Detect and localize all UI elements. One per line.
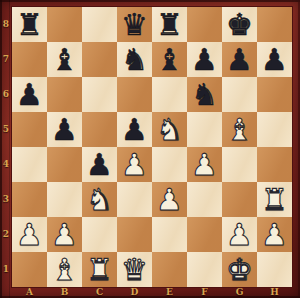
piece-black-rook-e8: ♜ [156,7,183,42]
file-label-e: E [152,287,187,298]
piece-black-pawn-f7: ♟ [191,42,218,77]
square-h1 [257,252,292,287]
square-g6 [222,77,257,112]
square-e6 [152,77,187,112]
file-label-d: D [117,287,152,298]
square-c5 [82,112,117,147]
file-label-g: G [222,287,257,298]
square-a8: ♜ [12,7,47,42]
square-b1: ♝ [47,252,82,287]
piece-white-knight-c3: ♞ [86,182,113,217]
square-f8 [187,7,222,42]
piece-black-pawn-c4: ♟ [86,147,113,182]
rank-label-4: 4 [0,147,12,182]
piece-white-rook-c1: ♜ [86,252,113,287]
square-c8 [82,7,117,42]
square-b7: ♝ [47,42,82,77]
piece-black-king-g8: ♚ [226,7,253,42]
piece-white-pawn-h2: ♟ [261,217,288,252]
square-e2 [152,217,187,252]
piece-black-knight-f6: ♞ [191,77,218,112]
square-d4: ♟ [117,147,152,182]
square-a4 [12,147,47,182]
piece-white-pawn-b2: ♟ [51,217,78,252]
piece-black-pawn-b5: ♟ [51,112,78,147]
square-f2 [187,217,222,252]
square-f7: ♟ [187,42,222,77]
rank-label-7: 7 [0,42,12,77]
square-b3 [47,182,82,217]
piece-white-pawn-a2: ♟ [16,217,43,252]
square-d7: ♞ [117,42,152,77]
file-label-f: F [187,287,222,298]
square-f5 [187,112,222,147]
rank-label-2: 2 [0,217,12,252]
chess-board: ♜♛♜♚♝♞♝♟♟♟♟♞♟♟♞♝♟♟♟♞♟♜♟♟♟♟♝♜♛♚ [12,7,292,287]
square-c7 [82,42,117,77]
piece-white-pawn-e3: ♟ [156,182,183,217]
square-g7: ♟ [222,42,257,77]
square-e4 [152,147,187,182]
square-h6 [257,77,292,112]
square-c4: ♟ [82,147,117,182]
square-f6: ♞ [187,77,222,112]
square-h2: ♟ [257,217,292,252]
piece-black-pawn-a6: ♟ [16,77,43,112]
square-c6 [82,77,117,112]
square-g1: ♚ [222,252,257,287]
rank-label-1: 1 [0,252,12,287]
square-a1 [12,252,47,287]
file-labels: ABCDEFGH [12,287,292,298]
square-b4 [47,147,82,182]
square-b6 [47,77,82,112]
square-g8: ♚ [222,7,257,42]
square-g3 [222,182,257,217]
square-e3: ♟ [152,182,187,217]
piece-white-pawn-f4: ♟ [191,147,218,182]
square-a5 [12,112,47,147]
piece-black-bishop-b7: ♝ [51,42,78,77]
square-a3 [12,182,47,217]
rank-label-3: 3 [0,182,12,217]
square-d6 [117,77,152,112]
square-h7: ♟ [257,42,292,77]
piece-black-knight-d7: ♞ [121,42,148,77]
square-a6: ♟ [12,77,47,112]
piece-white-queen-d1: ♛ [121,252,148,287]
square-d2 [117,217,152,252]
file-label-c: C [82,287,117,298]
square-e1 [152,252,187,287]
file-label-h: H [257,287,292,298]
rank-label-5: 5 [0,112,12,147]
piece-black-pawn-g7: ♟ [226,42,253,77]
rank-label-8: 8 [0,7,12,42]
piece-white-rook-h3: ♜ [261,182,288,217]
file-label-b: B [47,287,82,298]
square-g2: ♟ [222,217,257,252]
piece-black-rook-a8: ♜ [16,7,43,42]
square-h3: ♜ [257,182,292,217]
square-c1: ♜ [82,252,117,287]
square-c2 [82,217,117,252]
square-d1: ♛ [117,252,152,287]
square-a2: ♟ [12,217,47,252]
square-d3 [117,182,152,217]
piece-white-knight-e5: ♞ [156,112,183,147]
square-e8: ♜ [152,7,187,42]
square-c3: ♞ [82,182,117,217]
square-d5: ♟ [117,112,152,147]
piece-white-bishop-b1: ♝ [51,252,78,287]
square-h4 [257,147,292,182]
rank-labels: 87654321 [0,7,12,287]
square-a7 [12,42,47,77]
piece-black-pawn-h7: ♟ [261,42,288,77]
piece-black-queen-d8: ♛ [121,7,148,42]
square-h5 [257,112,292,147]
square-b8 [47,7,82,42]
square-g5: ♝ [222,112,257,147]
square-f3 [187,182,222,217]
piece-black-pawn-d5: ♟ [121,112,148,147]
square-f1 [187,252,222,287]
file-label-a: A [12,287,47,298]
square-h8 [257,7,292,42]
square-g4 [222,147,257,182]
square-b2: ♟ [47,217,82,252]
piece-black-bishop-e7: ♝ [156,42,183,77]
square-d8: ♛ [117,7,152,42]
square-e7: ♝ [152,42,187,77]
piece-white-pawn-g2: ♟ [226,217,253,252]
piece-white-pawn-d4: ♟ [121,147,148,182]
square-e5: ♞ [152,112,187,147]
board-frame: 87654321 ♜♛♜♚♝♞♝♟♟♟♟♞♟♟♞♝♟♟♟♞♟♜♟♟♟♟♝♜♛♚ … [0,0,300,298]
rank-label-6: 6 [0,77,12,112]
piece-white-king-g1: ♚ [226,252,253,287]
piece-white-bishop-g5: ♝ [226,112,253,147]
square-b5: ♟ [47,112,82,147]
square-f4: ♟ [187,147,222,182]
